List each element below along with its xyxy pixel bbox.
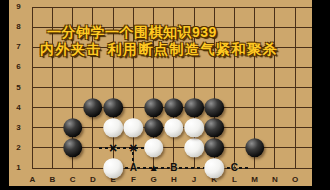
black-stone [204,138,224,158]
option-letter-mark: B [170,163,177,173]
row-label: 7 [16,43,20,51]
row-label: 6 [16,63,20,71]
col-label: L [232,176,237,184]
black-stone [204,118,224,138]
black-stone [245,138,265,158]
black-stone [184,98,204,118]
grid-line-vertical [32,7,33,169]
col-label: O [292,176,298,184]
black-stone [144,118,164,138]
col-label: J [192,176,196,184]
white-stone [184,138,204,158]
row-label: 5 [16,84,20,92]
col-label: D [90,176,96,184]
option-letter-mark: A [130,163,137,173]
row-label: 2 [16,144,20,152]
letterbox-bottom [0,186,330,190]
white-stone [204,158,224,178]
white-stone [144,138,164,158]
row-label: 9 [16,3,20,11]
white-stone [164,118,184,138]
col-label: B [50,176,56,184]
video-frame: ABCDEFGHJKLMNO987654321××A▲BC 一分钟学一个围棋知识… [0,0,330,190]
grid-line-horizontal [32,87,312,88]
x-mark: × [109,143,117,153]
col-label: G [150,176,156,184]
black-stone [204,98,224,118]
triangle-mark: ▲ [149,163,159,173]
row-label: 8 [16,23,20,31]
col-label: M [251,176,258,184]
dashed-annotation-line [99,147,146,149]
col-label: N [272,176,278,184]
x-mark: × [129,143,137,153]
black-stone [164,98,184,118]
grid-line-horizontal [32,7,312,8]
option-letter-mark: C [231,163,238,173]
row-label: 4 [16,104,20,112]
white-stone [184,118,204,138]
title-overlay: 一分钟学一个围棋知识939 内外夹击 利用断点制造气紧和聚杀 [40,24,320,58]
black-stone [63,138,83,158]
overlay-line1: 一分钟学一个围棋知识939 [40,24,320,41]
black-stone [103,98,123,118]
col-label: A [29,176,35,184]
white-stone [103,118,123,138]
white-stone [103,158,123,178]
overlay-line2: 内外夹击 利用断点制造气紧和聚杀 [40,41,320,58]
col-label: C [70,176,76,184]
row-label: 3 [16,124,20,132]
grid-line-horizontal [32,67,312,68]
letterbox-left [0,0,9,190]
black-stone [83,98,103,118]
col-label: F [131,176,136,184]
white-stone [124,118,144,138]
black-stone [144,98,164,118]
row-label: 1 [16,164,20,172]
black-stone [63,118,83,138]
col-label: H [171,176,177,184]
